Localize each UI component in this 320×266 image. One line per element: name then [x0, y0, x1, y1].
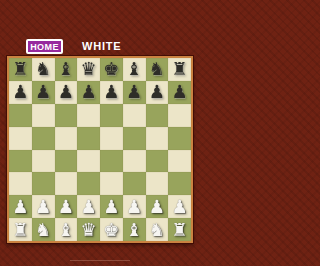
white-pawn: ♟ [35, 198, 51, 216]
square-c6[interactable] [55, 104, 78, 127]
square-h4[interactable] [168, 150, 191, 173]
white-knight: ♞ [149, 221, 165, 239]
square-g3[interactable] [146, 172, 169, 195]
square-c1[interactable]: ♝ [55, 218, 78, 241]
square-h7[interactable]: ♟ [168, 81, 191, 104]
square-f4[interactable] [123, 150, 146, 173]
square-a6[interactable] [9, 104, 32, 127]
square-g5[interactable] [146, 127, 169, 150]
square-b7[interactable]: ♟ [32, 81, 55, 104]
black-rook: ♜ [12, 60, 28, 78]
square-e7[interactable]: ♟ [100, 81, 123, 104]
black-pawn: ♟ [58, 83, 74, 101]
square-b8[interactable]: ♞ [32, 58, 55, 81]
square-a3[interactable] [9, 172, 32, 195]
white-pawn: ♟ [172, 198, 188, 216]
black-pawn: ♟ [12, 83, 28, 101]
square-g1[interactable]: ♞ [146, 218, 169, 241]
square-f5[interactable] [123, 127, 146, 150]
square-h8[interactable]: ♜ [168, 58, 191, 81]
black-pawn: ♟ [81, 83, 97, 101]
square-d8[interactable]: ♛ [77, 58, 100, 81]
white-pawn: ♟ [149, 198, 165, 216]
square-c7[interactable]: ♟ [55, 81, 78, 104]
black-queen: ♛ [81, 60, 97, 78]
square-f2[interactable]: ♟ [123, 195, 146, 218]
white-bishop: ♝ [58, 221, 74, 239]
square-b3[interactable] [32, 172, 55, 195]
square-g8[interactable]: ♞ [146, 58, 169, 81]
square-h5[interactable] [168, 127, 191, 150]
square-e1[interactable]: ♚ [100, 218, 123, 241]
square-f3[interactable] [123, 172, 146, 195]
square-b5[interactable] [32, 127, 55, 150]
square-g4[interactable] [146, 150, 169, 173]
square-b6[interactable] [32, 104, 55, 127]
square-a8[interactable]: ♜ [9, 58, 32, 81]
square-h2[interactable]: ♟ [168, 195, 191, 218]
black-bishop: ♝ [58, 60, 74, 78]
black-pawn: ♟ [103, 83, 119, 101]
square-e8[interactable]: ♚ [100, 58, 123, 81]
square-f6[interactable] [123, 104, 146, 127]
square-e6[interactable] [100, 104, 123, 127]
square-f8[interactable]: ♝ [123, 58, 146, 81]
white-queen: ♛ [81, 221, 97, 239]
black-knight: ♞ [149, 60, 165, 78]
square-a7[interactable]: ♟ [9, 81, 32, 104]
bottom-accent-line [70, 260, 130, 261]
square-f7[interactable]: ♟ [123, 81, 146, 104]
turn-indicator: WHITE [82, 40, 121, 52]
square-c4[interactable] [55, 150, 78, 173]
square-d2[interactable]: ♟ [77, 195, 100, 218]
square-g6[interactable] [146, 104, 169, 127]
chess-board: ♜♞♝♛♚♝♞♜♟♟♟♟♟♟♟♟♟♟♟♟♟♟♟♟♜♞♝♛♚♝♞♜ [7, 56, 193, 243]
square-c8[interactable]: ♝ [55, 58, 78, 81]
square-b4[interactable] [32, 150, 55, 173]
square-h3[interactable] [168, 172, 191, 195]
square-d3[interactable] [77, 172, 100, 195]
white-knight: ♞ [35, 221, 51, 239]
square-b2[interactable]: ♟ [32, 195, 55, 218]
square-h1[interactable]: ♜ [168, 218, 191, 241]
black-pawn: ♟ [149, 83, 165, 101]
white-pawn: ♟ [103, 198, 119, 216]
square-a5[interactable] [9, 127, 32, 150]
white-king: ♚ [103, 221, 119, 239]
square-f1[interactable]: ♝ [123, 218, 146, 241]
square-d1[interactable]: ♛ [77, 218, 100, 241]
square-d5[interactable] [77, 127, 100, 150]
square-c2[interactable]: ♟ [55, 195, 78, 218]
square-d6[interactable] [77, 104, 100, 127]
square-h6[interactable] [168, 104, 191, 127]
square-g7[interactable]: ♟ [146, 81, 169, 104]
square-b1[interactable]: ♞ [32, 218, 55, 241]
white-pawn: ♟ [12, 198, 28, 216]
home-button[interactable]: HOME [26, 39, 63, 54]
black-knight: ♞ [35, 60, 51, 78]
square-g2[interactable]: ♟ [146, 195, 169, 218]
square-d4[interactable] [77, 150, 100, 173]
square-e4[interactable] [100, 150, 123, 173]
black-pawn: ♟ [35, 83, 51, 101]
square-a1[interactable]: ♜ [9, 218, 32, 241]
white-pawn: ♟ [81, 198, 97, 216]
white-pawn: ♟ [58, 198, 74, 216]
square-c3[interactable] [55, 172, 78, 195]
white-pawn: ♟ [126, 198, 142, 216]
square-a4[interactable] [9, 150, 32, 173]
square-e3[interactable] [100, 172, 123, 195]
square-e2[interactable]: ♟ [100, 195, 123, 218]
square-e5[interactable] [100, 127, 123, 150]
black-king: ♚ [103, 60, 119, 78]
square-c5[interactable] [55, 127, 78, 150]
square-a2[interactable]: ♟ [9, 195, 32, 218]
black-pawn: ♟ [172, 83, 188, 101]
black-rook: ♜ [172, 60, 188, 78]
white-rook: ♜ [172, 221, 188, 239]
square-d7[interactable]: ♟ [77, 81, 100, 104]
black-pawn: ♟ [126, 83, 142, 101]
white-bishop: ♝ [126, 221, 142, 239]
white-rook: ♜ [12, 221, 28, 239]
black-bishop: ♝ [126, 60, 142, 78]
